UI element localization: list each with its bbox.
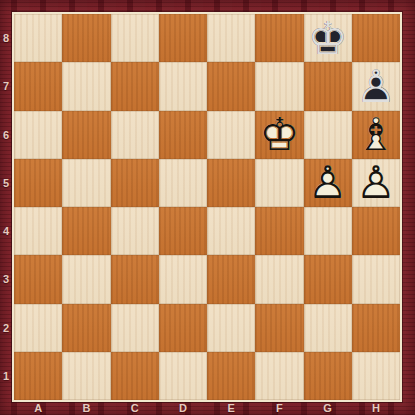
square-d5[interactable] [159, 159, 207, 207]
square-c4[interactable] [111, 207, 159, 255]
square-e3[interactable] [207, 255, 255, 303]
square-f1[interactable] [255, 352, 303, 400]
square-g2[interactable] [304, 304, 352, 352]
square-e2[interactable] [207, 304, 255, 352]
chess-board-screenshot: 87654321 ♚♔♟♙♚♔♝♗♟♙♟♙ ABCDEFGH [0, 0, 415, 415]
rank-label-6: 6 [0, 111, 12, 159]
rank-label-8: 8 [0, 14, 12, 62]
square-e8[interactable] [207, 14, 255, 62]
square-c5[interactable] [111, 159, 159, 207]
square-e4[interactable] [207, 207, 255, 255]
square-e1[interactable] [207, 352, 255, 400]
square-a4[interactable] [14, 207, 62, 255]
square-c2[interactable] [111, 304, 159, 352]
white-king-f6[interactable]: ♚♔ [255, 111, 303, 159]
square-d2[interactable] [159, 304, 207, 352]
square-h5[interactable]: ♟♙ [352, 159, 400, 207]
file-label-g: G [304, 400, 352, 415]
file-label-h: H [352, 400, 400, 415]
square-c1[interactable] [111, 352, 159, 400]
file-labels: ABCDEFGH [14, 400, 400, 415]
square-f7[interactable] [255, 62, 303, 110]
black-king-g8[interactable]: ♚♔ [304, 14, 352, 62]
square-f2[interactable] [255, 304, 303, 352]
white-pawn-outline: ♙ [352, 159, 400, 207]
square-a7[interactable] [14, 62, 62, 110]
board: ♚♔♟♙♚♔♝♗♟♙♟♙ [14, 14, 400, 400]
file-label-e: E [207, 400, 255, 415]
board-frame: ♚♔♟♙♚♔♝♗♟♙♟♙ [12, 12, 402, 402]
square-b2[interactable] [62, 304, 110, 352]
square-b6[interactable] [62, 111, 110, 159]
white-pawn-h5[interactable]: ♟♙ [352, 159, 400, 207]
file-label-d: D [159, 400, 207, 415]
rank-label-7: 7 [0, 62, 12, 110]
square-g4[interactable] [304, 207, 352, 255]
square-h4[interactable] [352, 207, 400, 255]
white-bishop-h6[interactable]: ♝♗ [352, 111, 400, 159]
black-pawn-h7[interactable]: ♟♙ [352, 62, 400, 110]
square-d6[interactable] [159, 111, 207, 159]
rank-labels: 87654321 [0, 14, 12, 400]
rank-label-3: 3 [0, 255, 12, 303]
square-d8[interactable] [159, 14, 207, 62]
square-a5[interactable] [14, 159, 62, 207]
square-d1[interactable] [159, 352, 207, 400]
rank-label-5: 5 [0, 159, 12, 207]
square-g7[interactable] [304, 62, 352, 110]
square-f8[interactable] [255, 14, 303, 62]
square-a8[interactable] [14, 14, 62, 62]
square-f5[interactable] [255, 159, 303, 207]
square-a2[interactable] [14, 304, 62, 352]
square-d3[interactable] [159, 255, 207, 303]
square-d4[interactable] [159, 207, 207, 255]
rank-label-2: 2 [0, 304, 12, 352]
square-d7[interactable] [159, 62, 207, 110]
white-pawn-g5[interactable]: ♟♙ [304, 159, 352, 207]
file-label-f: F [255, 400, 303, 415]
white-bishop-outline: ♗ [352, 111, 400, 159]
square-c7[interactable] [111, 62, 159, 110]
square-b3[interactable] [62, 255, 110, 303]
rank-label-4: 4 [0, 207, 12, 255]
square-h8[interactable] [352, 14, 400, 62]
square-e5[interactable] [207, 159, 255, 207]
square-h2[interactable] [352, 304, 400, 352]
square-c6[interactable] [111, 111, 159, 159]
file-label-a: A [14, 400, 62, 415]
square-b7[interactable] [62, 62, 110, 110]
square-c8[interactable] [111, 14, 159, 62]
white-pawn-outline: ♙ [304, 159, 352, 207]
file-label-c: C [111, 400, 159, 415]
square-a3[interactable] [14, 255, 62, 303]
square-g1[interactable] [304, 352, 352, 400]
square-h6[interactable]: ♝♗ [352, 111, 400, 159]
square-g5[interactable]: ♟♙ [304, 159, 352, 207]
square-h1[interactable] [352, 352, 400, 400]
square-g8[interactable]: ♚♔ [304, 14, 352, 62]
square-g6[interactable] [304, 111, 352, 159]
file-label-b: B [62, 400, 110, 415]
square-f4[interactable] [255, 207, 303, 255]
square-h7[interactable]: ♟♙ [352, 62, 400, 110]
square-h3[interactable] [352, 255, 400, 303]
square-f6[interactable]: ♚♔ [255, 111, 303, 159]
square-b5[interactable] [62, 159, 110, 207]
black-pawn-outline: ♙ [352, 62, 400, 110]
square-a6[interactable] [14, 111, 62, 159]
square-e6[interactable] [207, 111, 255, 159]
white-king-outline: ♔ [255, 111, 303, 159]
rank-label-1: 1 [0, 352, 12, 400]
square-e7[interactable] [207, 62, 255, 110]
square-c3[interactable] [111, 255, 159, 303]
square-g3[interactable] [304, 255, 352, 303]
square-b1[interactable] [62, 352, 110, 400]
square-a1[interactable] [14, 352, 62, 400]
square-b4[interactable] [62, 207, 110, 255]
square-f3[interactable] [255, 255, 303, 303]
black-king-outline: ♔ [304, 14, 352, 62]
square-b8[interactable] [62, 14, 110, 62]
